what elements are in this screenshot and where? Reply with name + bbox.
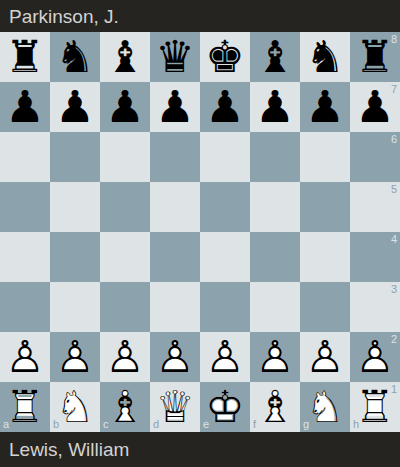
square-d3[interactable] [150, 282, 200, 332]
square-b3[interactable] [50, 282, 100, 332]
coord-rank-2: 2 [391, 334, 397, 345]
square-d8[interactable]: ♛ [150, 32, 200, 82]
piece-white-pawn[interactable]: ♟♙ [250, 332, 300, 382]
square-b7[interactable]: ♟ [50, 82, 100, 132]
piece-black-king[interactable]: ♚ [200, 32, 250, 82]
square-f8[interactable]: ♝ [250, 32, 300, 82]
square-g1[interactable]: ♞♘g [300, 382, 350, 432]
square-a7[interactable]: ♟ [0, 82, 50, 132]
piece-black-queen[interactable]: ♛ [150, 32, 200, 82]
square-f1[interactable]: ♝♗f [250, 382, 300, 432]
square-c6[interactable] [100, 132, 150, 182]
coord-rank-5: 5 [391, 184, 397, 195]
square-g8[interactable]: ♞ [300, 32, 350, 82]
player-top-name: Parkinson, J. [9, 7, 119, 26]
piece-black-pawn[interactable]: ♟ [100, 82, 150, 132]
chess-app: Parkinson, J. ♜♞♝♛♚♝♞♜8♟♟♟♟♟♟♟♟76543♟♙♟♙… [0, 0, 400, 467]
white-piece-fill-glyph: ♟ [200, 332, 250, 382]
piece-black-bishop[interactable]: ♝ [250, 32, 300, 82]
black-piece-glyph: ♟ [300, 82, 350, 132]
chess-board: ♜♞♝♛♚♝♞♜8♟♟♟♟♟♟♟♟76543♟♙♟♙♟♙♟♙♟♙♟♙♟♙♟♙2♜… [0, 32, 400, 432]
black-piece-glyph: ♜ [0, 32, 50, 82]
square-g6[interactable] [300, 132, 350, 182]
square-f6[interactable] [250, 132, 300, 182]
square-b1[interactable]: ♞♘b [50, 382, 100, 432]
square-e6[interactable] [200, 132, 250, 182]
black-piece-glyph: ♟ [250, 82, 300, 132]
piece-black-bishop[interactable]: ♝ [100, 32, 150, 82]
square-h1[interactable]: ♜♖1h [350, 382, 400, 432]
white-piece-fill-glyph: ♟ [300, 332, 350, 382]
coord-rank-3: 3 [391, 284, 397, 295]
white-piece-fill-glyph: ♟ [0, 332, 50, 382]
coord-rank-7: 7 [391, 84, 397, 95]
piece-white-pawn[interactable]: ♟♙ [300, 332, 350, 382]
square-c7[interactable]: ♟ [100, 82, 150, 132]
square-h3[interactable]: 3 [350, 282, 400, 332]
white-piece-fill-glyph: ♝ [250, 382, 300, 432]
coord-file-e: e [203, 419, 209, 430]
white-piece-outline-glyph: ♙ [100, 332, 150, 382]
coord-rank-6: 6 [391, 134, 397, 145]
piece-white-pawn[interactable]: ♟♙ [100, 332, 150, 382]
piece-black-pawn[interactable]: ♟ [0, 82, 50, 132]
player-top-bar: Parkinson, J. [0, 0, 400, 32]
piece-black-pawn[interactable]: ♟ [150, 82, 200, 132]
square-a8[interactable]: ♜ [0, 32, 50, 82]
coord-file-b: b [53, 419, 59, 430]
square-e5[interactable] [200, 182, 250, 232]
square-g7[interactable]: ♟ [300, 82, 350, 132]
square-e8[interactable]: ♚ [200, 32, 250, 82]
black-piece-glyph: ♟ [50, 82, 100, 132]
piece-black-rook[interactable]: ♜ [0, 32, 50, 82]
square-d5[interactable] [150, 182, 200, 232]
white-piece-fill-glyph: ♟ [150, 332, 200, 382]
square-f2[interactable]: ♟♙ [250, 332, 300, 382]
piece-white-pawn[interactable]: ♟♙ [50, 332, 100, 382]
black-piece-glyph: ♞ [50, 32, 100, 82]
square-g3[interactable] [300, 282, 350, 332]
square-h8[interactable]: ♜8 [350, 32, 400, 82]
square-a3[interactable] [0, 282, 50, 332]
coord-rank-8: 8 [391, 34, 397, 45]
piece-white-pawn[interactable]: ♟♙ [150, 332, 200, 382]
square-f5[interactable] [250, 182, 300, 232]
square-g2[interactable]: ♟♙ [300, 332, 350, 382]
coord-file-a: a [3, 419, 9, 430]
piece-black-knight[interactable]: ♞ [50, 32, 100, 82]
square-d4[interactable] [150, 232, 200, 282]
coord-file-g: g [303, 419, 309, 430]
piece-white-bishop[interactable]: ♝♗ [250, 382, 300, 432]
piece-white-pawn[interactable]: ♟♙ [200, 332, 250, 382]
square-a2[interactable]: ♟♙ [0, 332, 50, 382]
white-piece-fill-glyph: ♟ [100, 332, 150, 382]
black-piece-glyph: ♟ [150, 82, 200, 132]
white-piece-outline-glyph: ♙ [50, 332, 100, 382]
square-b2[interactable]: ♟♙ [50, 332, 100, 382]
square-f7[interactable]: ♟ [250, 82, 300, 132]
square-c2[interactable]: ♟♙ [100, 332, 150, 382]
black-piece-glyph: ♚ [200, 32, 250, 82]
piece-black-knight[interactable]: ♞ [300, 32, 350, 82]
square-e2[interactable]: ♟♙ [200, 332, 250, 382]
black-piece-glyph: ♝ [250, 32, 300, 82]
white-piece-outline-glyph: ♙ [0, 332, 50, 382]
piece-black-pawn[interactable]: ♟ [250, 82, 300, 132]
white-piece-outline-glyph: ♙ [300, 332, 350, 382]
square-e1[interactable]: ♚♔e [200, 382, 250, 432]
square-b4[interactable] [50, 232, 100, 282]
coord-rank-4: 4 [391, 234, 397, 245]
white-piece-fill-glyph: ♟ [50, 332, 100, 382]
black-piece-glyph: ♝ [100, 32, 150, 82]
white-piece-outline-glyph: ♙ [250, 332, 300, 382]
square-c5[interactable] [100, 182, 150, 232]
square-f4[interactable] [250, 232, 300, 282]
square-d1[interactable]: ♛♕d [150, 382, 200, 432]
square-e3[interactable] [200, 282, 250, 332]
piece-white-pawn[interactable]: ♟♙ [0, 332, 50, 382]
piece-black-pawn[interactable]: ♟ [300, 82, 350, 132]
white-piece-outline-glyph: ♙ [200, 332, 250, 382]
square-c8[interactable]: ♝ [100, 32, 150, 82]
coord-file-h: h [353, 419, 359, 430]
player-bottom-bar: Lewis, William [0, 432, 400, 467]
square-e7[interactable]: ♟ [200, 82, 250, 132]
black-piece-glyph: ♞ [300, 32, 350, 82]
black-piece-glyph: ♟ [200, 82, 250, 132]
white-piece-outline-glyph: ♙ [150, 332, 200, 382]
square-h4[interactable]: 4 [350, 232, 400, 282]
coord-rank-1: 1 [391, 384, 397, 395]
square-h2[interactable]: ♟♙2 [350, 332, 400, 382]
square-b5[interactable] [50, 182, 100, 232]
coord-file-c: c [103, 419, 109, 430]
player-bottom-name: Lewis, William [9, 440, 129, 459]
square-d7[interactable]: ♟ [150, 82, 200, 132]
black-piece-glyph: ♟ [100, 82, 150, 132]
square-h7[interactable]: ♟7 [350, 82, 400, 132]
coord-file-f: f [253, 419, 256, 430]
white-piece-outline-glyph: ♗ [250, 382, 300, 432]
square-h5[interactable]: 5 [350, 182, 400, 232]
square-a5[interactable] [0, 182, 50, 232]
square-b8[interactable]: ♞ [50, 32, 100, 82]
coord-file-d: d [153, 419, 159, 430]
square-e4[interactable] [200, 232, 250, 282]
square-f3[interactable] [250, 282, 300, 332]
piece-black-pawn[interactable]: ♟ [50, 82, 100, 132]
square-b6[interactable] [50, 132, 100, 182]
square-d6[interactable] [150, 132, 200, 182]
black-piece-glyph: ♛ [150, 32, 200, 82]
square-c1[interactable]: ♝♗c [100, 382, 150, 432]
piece-black-pawn[interactable]: ♟ [200, 82, 250, 132]
square-a6[interactable] [0, 132, 50, 182]
black-piece-glyph: ♟ [0, 82, 50, 132]
square-h6[interactable]: 6 [350, 132, 400, 182]
square-g5[interactable] [300, 182, 350, 232]
square-a1[interactable]: ♜♖a [0, 382, 50, 432]
square-a4[interactable] [0, 232, 50, 282]
square-c4[interactable] [100, 232, 150, 282]
square-g4[interactable] [300, 232, 350, 282]
square-d2[interactable]: ♟♙ [150, 332, 200, 382]
square-c3[interactable] [100, 282, 150, 332]
white-piece-fill-glyph: ♟ [250, 332, 300, 382]
